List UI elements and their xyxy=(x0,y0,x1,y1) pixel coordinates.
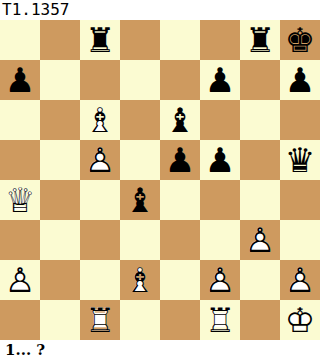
square-h6[interactable] xyxy=(280,100,320,140)
square-c3[interactable] xyxy=(80,220,120,260)
white-rook[interactable]: ♜♖ xyxy=(200,300,240,340)
square-h5[interactable]: ♛ xyxy=(280,140,320,180)
white-piece-outline: ♖ xyxy=(80,300,120,340)
square-c2[interactable] xyxy=(80,260,120,300)
white-piece-outline: ♙ xyxy=(200,260,240,300)
black-pawn[interactable]: ♟ xyxy=(200,60,240,100)
square-b7[interactable] xyxy=(40,60,80,100)
square-e5[interactable]: ♟ xyxy=(160,140,200,180)
white-piece-outline: ♗ xyxy=(80,100,120,140)
square-a1[interactable] xyxy=(0,300,40,340)
white-bishop[interactable]: ♝♗ xyxy=(80,100,120,140)
square-e4[interactable] xyxy=(160,180,200,220)
square-a5[interactable] xyxy=(0,140,40,180)
square-h1[interactable]: ♚♔ xyxy=(280,300,320,340)
white-bishop[interactable]: ♝♗ xyxy=(120,260,160,300)
square-g2[interactable] xyxy=(240,260,280,300)
square-d4[interactable]: ♝ xyxy=(120,180,160,220)
white-king[interactable]: ♚♔ xyxy=(280,300,320,340)
black-king[interactable]: ♚ xyxy=(280,20,320,60)
white-piece-outline: ♙ xyxy=(280,260,320,300)
black-pawn[interactable]: ♟ xyxy=(160,140,200,180)
black-rook[interactable]: ♜ xyxy=(240,20,280,60)
black-bishop[interactable]: ♝ xyxy=(120,180,160,220)
white-piece-outline: ♕ xyxy=(0,180,40,220)
square-b8[interactable] xyxy=(40,20,80,60)
square-a3[interactable] xyxy=(0,220,40,260)
square-a4[interactable]: ♛♕ xyxy=(0,180,40,220)
square-c8[interactable]: ♜ xyxy=(80,20,120,60)
square-b1[interactable] xyxy=(40,300,80,340)
square-c1[interactable]: ♜♖ xyxy=(80,300,120,340)
puzzle-title: T1.1357 xyxy=(0,0,320,20)
square-g3[interactable]: ♟♙ xyxy=(240,220,280,260)
black-pawn[interactable]: ♟ xyxy=(200,140,240,180)
square-e2[interactable] xyxy=(160,260,200,300)
square-d7[interactable] xyxy=(120,60,160,100)
white-piece-outline: ♖ xyxy=(200,300,240,340)
white-pawn[interactable]: ♟♙ xyxy=(0,260,40,300)
black-rook[interactable]: ♜ xyxy=(80,20,120,60)
square-e7[interactable] xyxy=(160,60,200,100)
square-d3[interactable] xyxy=(120,220,160,260)
square-f1[interactable]: ♜♖ xyxy=(200,300,240,340)
black-bishop[interactable]: ♝ xyxy=(160,100,200,140)
square-f3[interactable] xyxy=(200,220,240,260)
square-f2[interactable]: ♟♙ xyxy=(200,260,240,300)
square-c7[interactable] xyxy=(80,60,120,100)
square-f7[interactable]: ♟ xyxy=(200,60,240,100)
square-f8[interactable] xyxy=(200,20,240,60)
white-pawn[interactable]: ♟♙ xyxy=(240,220,280,260)
square-g8[interactable]: ♜ xyxy=(240,20,280,60)
square-a8[interactable] xyxy=(0,20,40,60)
square-c4[interactable] xyxy=(80,180,120,220)
white-piece-outline: ♙ xyxy=(0,260,40,300)
white-piece-outline: ♙ xyxy=(240,220,280,260)
square-d8[interactable] xyxy=(120,20,160,60)
white-piece-outline: ♔ xyxy=(280,300,320,340)
square-e6[interactable]: ♝ xyxy=(160,100,200,140)
square-a7[interactable]: ♟ xyxy=(0,60,40,100)
square-d5[interactable] xyxy=(120,140,160,180)
square-g4[interactable] xyxy=(240,180,280,220)
white-pawn[interactable]: ♟♙ xyxy=(200,260,240,300)
square-h4[interactable] xyxy=(280,180,320,220)
square-f5[interactable]: ♟ xyxy=(200,140,240,180)
square-b5[interactable] xyxy=(40,140,80,180)
square-e3[interactable] xyxy=(160,220,200,260)
square-g6[interactable] xyxy=(240,100,280,140)
square-h3[interactable] xyxy=(280,220,320,260)
white-pawn[interactable]: ♟♙ xyxy=(280,260,320,300)
square-h8[interactable]: ♚ xyxy=(280,20,320,60)
square-e1[interactable] xyxy=(160,300,200,340)
move-prompt: 1... ? xyxy=(0,340,320,360)
black-queen[interactable]: ♛ xyxy=(280,140,320,180)
square-d6[interactable] xyxy=(120,100,160,140)
square-a6[interactable] xyxy=(0,100,40,140)
black-pawn[interactable]: ♟ xyxy=(280,60,320,100)
square-d1[interactable] xyxy=(120,300,160,340)
white-piece-outline: ♗ xyxy=(120,260,160,300)
square-d2[interactable]: ♝♗ xyxy=(120,260,160,300)
square-e8[interactable] xyxy=(160,20,200,60)
white-piece-outline: ♙ xyxy=(80,140,120,180)
square-b3[interactable] xyxy=(40,220,80,260)
square-b4[interactable] xyxy=(40,180,80,220)
square-g1[interactable] xyxy=(240,300,280,340)
square-c6[interactable]: ♝♗ xyxy=(80,100,120,140)
white-pawn[interactable]: ♟♙ xyxy=(80,140,120,180)
square-h2[interactable]: ♟♙ xyxy=(280,260,320,300)
white-rook[interactable]: ♜♖ xyxy=(80,300,120,340)
square-f6[interactable] xyxy=(200,100,240,140)
square-g7[interactable] xyxy=(240,60,280,100)
square-b2[interactable] xyxy=(40,260,80,300)
square-g5[interactable] xyxy=(240,140,280,180)
square-c5[interactable]: ♟♙ xyxy=(80,140,120,180)
square-b6[interactable] xyxy=(40,100,80,140)
chess-board: ♜♜♚♟♟♟♝♗♝♟♙♟♟♛♛♕♝♟♙♟♙♝♗♟♙♟♙♜♖♜♖♚♔ xyxy=(0,20,320,340)
black-pawn[interactable]: ♟ xyxy=(0,60,40,100)
square-a2[interactable]: ♟♙ xyxy=(0,260,40,300)
square-f4[interactable] xyxy=(200,180,240,220)
square-h7[interactable]: ♟ xyxy=(280,60,320,100)
white-queen[interactable]: ♛♕ xyxy=(0,180,40,220)
